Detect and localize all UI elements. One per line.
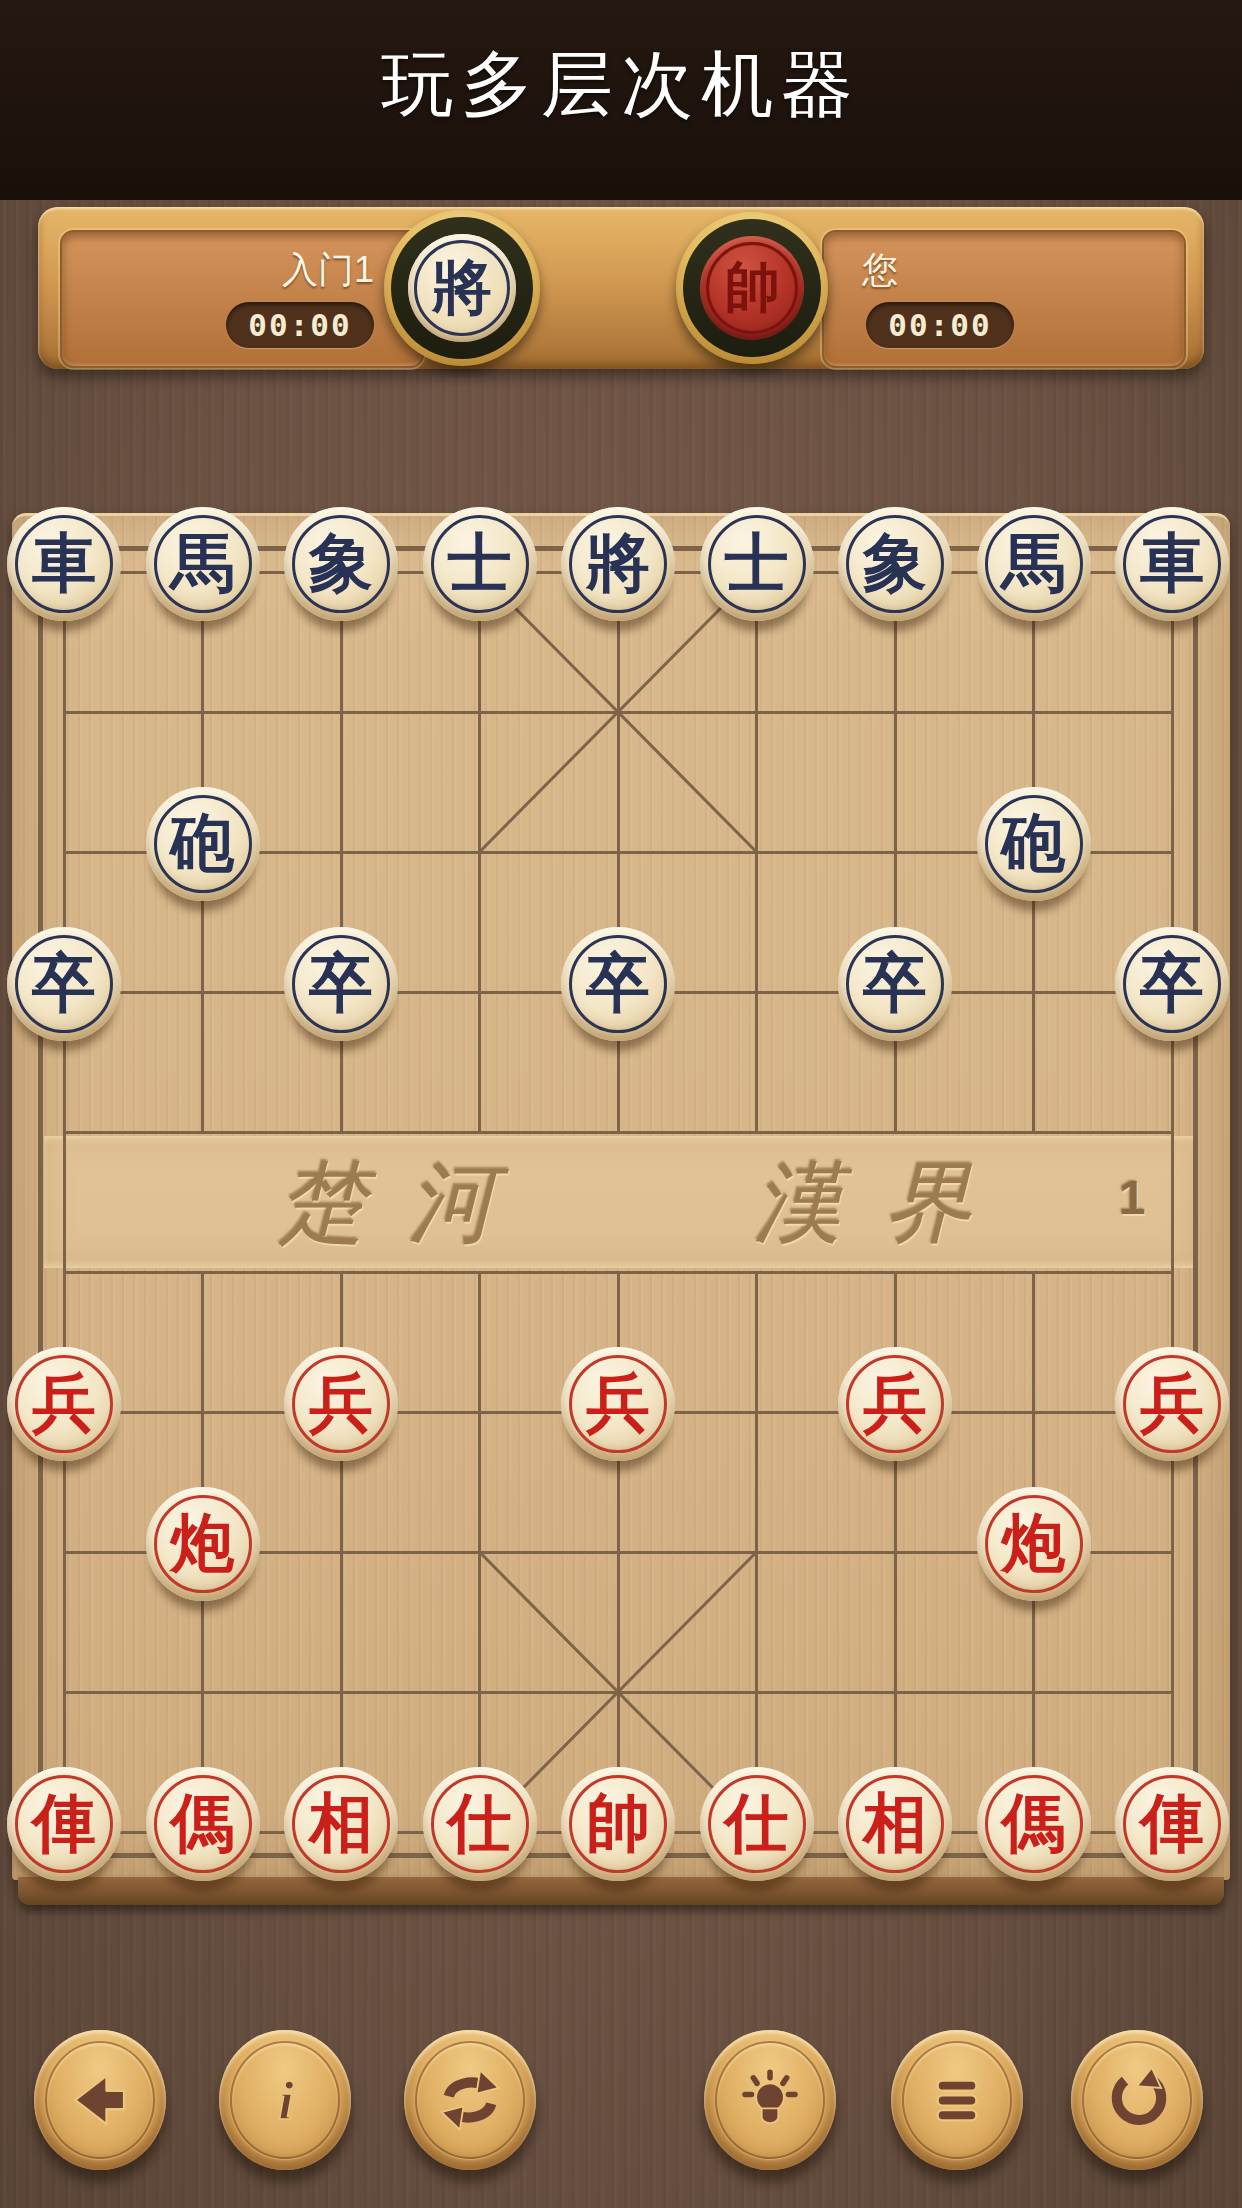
piece-character: 傌 [171, 1792, 235, 1856]
hint-button[interactable] [704, 2030, 836, 2170]
piece-red-傌[interactable]: 傌 [146, 1767, 260, 1881]
red-general-face: 帥 [700, 236, 804, 340]
piece-black-砲[interactable]: 砲 [146, 787, 260, 901]
piece-character: 炮 [171, 1512, 235, 1576]
river-label-chu-he: 楚河 [278, 1148, 538, 1260]
piece-character: 象 [863, 532, 927, 596]
piece-character: 相 [863, 1792, 927, 1856]
piece-character: 兵 [32, 1372, 96, 1436]
svg-text:i: i [278, 2070, 294, 2131]
river-number: 1 [1102, 1168, 1162, 1228]
piece-character: 卒 [32, 952, 96, 1016]
piece-red-仕[interactable]: 仕 [423, 1767, 537, 1881]
piece-red-兵[interactable]: 兵 [1115, 1347, 1229, 1461]
piece-black-士[interactable]: 士 [423, 507, 537, 621]
piece-red-仕[interactable]: 仕 [700, 1767, 814, 1881]
xiangqi-app: 玩多层次机器 入门1 00:00 將 帥 您 00:00 楚河 漢界 1 車馬象… [0, 0, 1242, 2208]
piece-character: 俥 [1140, 1792, 1204, 1856]
black-general-face: 將 [408, 234, 516, 342]
piece-character: 兵 [309, 1372, 373, 1436]
piece-character: 車 [1140, 532, 1204, 596]
piece-black-卒[interactable]: 卒 [1115, 927, 1229, 1041]
piece-character: 相 [309, 1792, 373, 1856]
piece-black-卒[interactable]: 卒 [838, 927, 952, 1041]
undo-icon [1100, 2063, 1174, 2137]
menu-button[interactable] [891, 2030, 1023, 2170]
piece-red-兵[interactable]: 兵 [561, 1347, 675, 1461]
piece-character: 卒 [1140, 952, 1204, 1016]
grid-line [478, 1271, 481, 1834]
grid-line [617, 571, 620, 1134]
piece-character: 仕 [725, 1792, 789, 1856]
piece-character: 兵 [1140, 1372, 1204, 1436]
piece-black-卒[interactable]: 卒 [561, 927, 675, 1041]
piece-character: 兵 [586, 1372, 650, 1436]
lightbulb-icon [733, 2063, 807, 2137]
piece-character: 象 [309, 532, 373, 596]
top-bar: 玩多层次机器 [0, 0, 1242, 200]
grid-line [478, 571, 481, 1134]
piece-black-象[interactable]: 象 [838, 507, 952, 621]
piece-red-相[interactable]: 相 [284, 1767, 398, 1881]
grid-line [63, 571, 66, 1834]
opponent-name: 入门1 [150, 246, 374, 290]
piece-red-俥[interactable]: 俥 [1115, 1767, 1229, 1881]
page-title: 玩多层次机器 [0, 10, 1242, 160]
opponent-timer: 00:00 [226, 302, 374, 348]
piece-character: 傌 [1002, 1792, 1066, 1856]
piece-black-卒[interactable]: 卒 [7, 927, 121, 1041]
you-name: 您 [862, 246, 1122, 290]
info-button[interactable]: i [219, 2030, 351, 2170]
arrow-left-icon [63, 2063, 137, 2137]
grid-line [340, 571, 343, 1134]
piece-character: 仕 [448, 1792, 512, 1856]
piece-character: 士 [448, 532, 512, 596]
piece-red-帥[interactable]: 帥 [561, 1767, 675, 1881]
piece-red-兵[interactable]: 兵 [284, 1347, 398, 1461]
piece-character: 將 [586, 532, 650, 596]
board-bottom-edge [18, 1877, 1224, 1905]
piece-red-兵[interactable]: 兵 [838, 1347, 952, 1461]
swap-sides-button[interactable] [404, 2030, 536, 2170]
piece-character: 砲 [171, 812, 235, 876]
piece-red-炮[interactable]: 炮 [977, 1487, 1091, 1601]
piece-black-馬[interactable]: 馬 [146, 507, 260, 621]
piece-red-炮[interactable]: 炮 [146, 1487, 260, 1601]
info-icon: i [248, 2063, 322, 2137]
piece-red-俥[interactable]: 俥 [7, 1767, 121, 1881]
swap-icon [433, 2063, 507, 2137]
black-general-medallion-icon: 將 [384, 210, 540, 366]
piece-character: 卒 [863, 952, 927, 1016]
piece-black-卒[interactable]: 卒 [284, 927, 398, 1041]
piece-black-象[interactable]: 象 [284, 507, 398, 621]
back-button[interactable] [34, 2030, 166, 2170]
piece-character: 炮 [1002, 1512, 1066, 1576]
piece-character: 卒 [309, 952, 373, 1016]
piece-black-士[interactable]: 士 [700, 507, 814, 621]
piece-character: 車 [32, 532, 96, 596]
piece-character: 馬 [1002, 532, 1066, 596]
red-general-medallion-icon: 帥 [676, 212, 828, 364]
grid-line [1171, 571, 1174, 1834]
piece-character: 卒 [586, 952, 650, 1016]
piece-red-相[interactable]: 相 [838, 1767, 952, 1881]
river-label-han-jie: 漢界 [754, 1148, 1014, 1260]
piece-black-馬[interactable]: 馬 [977, 507, 1091, 621]
menu-icon [920, 2063, 994, 2137]
piece-character: 砲 [1002, 812, 1066, 876]
piece-character: 俥 [32, 1792, 96, 1856]
grid-line [755, 571, 758, 1134]
piece-red-兵[interactable]: 兵 [7, 1347, 121, 1461]
grid-line [755, 1271, 758, 1834]
grid-line [894, 571, 897, 1134]
piece-red-傌[interactable]: 傌 [977, 1767, 1091, 1881]
piece-character: 士 [725, 532, 789, 596]
you-timer: 00:00 [866, 302, 1014, 348]
piece-character: 馬 [171, 532, 235, 596]
undo-button[interactable] [1071, 2030, 1203, 2170]
piece-black-將[interactable]: 將 [561, 507, 675, 621]
piece-character: 帥 [586, 1792, 650, 1856]
piece-black-車[interactable]: 車 [7, 507, 121, 621]
piece-black-車[interactable]: 車 [1115, 507, 1229, 621]
piece-character: 兵 [863, 1372, 927, 1436]
piece-black-砲[interactable]: 砲 [977, 787, 1091, 901]
